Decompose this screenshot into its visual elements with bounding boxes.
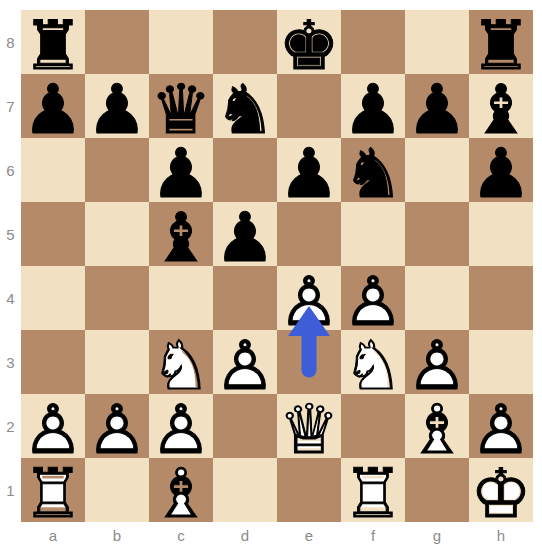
square-g4[interactable] xyxy=(405,266,469,330)
black-bishop[interactable]: ♝ xyxy=(149,202,213,266)
black-bishop[interactable]: ♝ xyxy=(469,74,533,138)
square-g5[interactable] xyxy=(405,202,469,266)
white-pawn-outline: ♙ xyxy=(277,270,341,334)
black-pawn-glyph: ♟ xyxy=(405,78,469,142)
square-b8[interactable] xyxy=(85,10,149,74)
square-h4[interactable] xyxy=(469,266,533,330)
black-bishop-glyph: ♝ xyxy=(469,78,533,142)
white-knight-outline: ♘ xyxy=(341,334,405,398)
black-pawn[interactable]: ♟ xyxy=(469,138,533,202)
square-e4[interactable]: ♟♙ xyxy=(277,266,341,330)
square-d4[interactable] xyxy=(213,266,277,330)
white-pawn[interactable]: ♟♙ xyxy=(149,394,213,458)
white-pawn[interactable]: ♟♙ xyxy=(21,394,85,458)
file-label-c: c xyxy=(149,522,213,548)
black-rook-glyph: ♜ xyxy=(21,14,85,78)
square-d3[interactable]: ♟♙ xyxy=(213,330,277,394)
square-f4[interactable]: ♟♙ xyxy=(341,266,405,330)
white-pawn[interactable]: ♟♙ xyxy=(341,266,405,330)
white-pawn[interactable]: ♟♙ xyxy=(213,330,277,394)
square-g8[interactable] xyxy=(405,10,469,74)
white-rook-outline: ♖ xyxy=(21,462,85,526)
file-label-b: b xyxy=(85,522,149,548)
board: ♜♚♜♟♟♛♞♟♟♝♟♟♞♟♝♟♟♙♟♙♞♘♟♙♞♘♟♙♟♙♟♙♟♙♛♕♝♗♟♙… xyxy=(21,10,533,522)
black-pawn-glyph: ♟ xyxy=(149,142,213,206)
square-a5[interactable] xyxy=(21,202,85,266)
square-a8[interactable]: ♜ xyxy=(21,10,85,74)
black-queen[interactable]: ♛ xyxy=(149,74,213,138)
black-pawn-glyph: ♟ xyxy=(213,206,277,270)
square-c6[interactable]: ♟ xyxy=(149,138,213,202)
white-pawn-outline: ♙ xyxy=(85,398,149,462)
square-e2[interactable]: ♛♕ xyxy=(277,394,341,458)
square-b5[interactable] xyxy=(85,202,149,266)
square-f6[interactable]: ♞ xyxy=(341,138,405,202)
white-pawn-outline: ♙ xyxy=(21,398,85,462)
rank-label-4: 4 xyxy=(0,266,21,330)
white-bishop-outline: ♗ xyxy=(149,462,213,526)
white-queen-outline: ♕ xyxy=(277,398,341,462)
file-label-f: f xyxy=(341,522,405,548)
black-rook[interactable]: ♜ xyxy=(21,10,85,74)
black-pawn-glyph: ♟ xyxy=(277,142,341,206)
rank-label-8: 8 xyxy=(0,10,21,74)
square-b6[interactable] xyxy=(85,138,149,202)
black-pawn-glyph: ♟ xyxy=(469,142,533,206)
square-c1[interactable]: ♝♗ xyxy=(149,458,213,522)
square-c3[interactable]: ♞♘ xyxy=(149,330,213,394)
file-label-h: h xyxy=(469,522,533,548)
white-knight[interactable]: ♞♘ xyxy=(341,330,405,394)
square-d1[interactable] xyxy=(213,458,277,522)
square-b7[interactable]: ♟ xyxy=(85,74,149,138)
white-pawn[interactable]: ♟♙ xyxy=(85,394,149,458)
square-e1[interactable] xyxy=(277,458,341,522)
square-g7[interactable]: ♟ xyxy=(405,74,469,138)
white-knight-outline: ♘ xyxy=(149,334,213,398)
square-f2[interactable] xyxy=(341,394,405,458)
square-a7[interactable]: ♟ xyxy=(21,74,85,138)
square-h1[interactable]: ♚♔ xyxy=(469,458,533,522)
white-pawn-outline: ♙ xyxy=(341,270,405,334)
rank-label-3: 3 xyxy=(0,330,21,394)
square-b3[interactable] xyxy=(85,330,149,394)
square-h3[interactable] xyxy=(469,330,533,394)
square-g6[interactable] xyxy=(405,138,469,202)
square-h6[interactable]: ♟ xyxy=(469,138,533,202)
black-pawn[interactable]: ♟ xyxy=(213,202,277,266)
square-a4[interactable] xyxy=(21,266,85,330)
square-e8[interactable]: ♚ xyxy=(277,10,341,74)
square-e5[interactable] xyxy=(277,202,341,266)
square-f8[interactable] xyxy=(341,10,405,74)
square-f1[interactable]: ♜♖ xyxy=(341,458,405,522)
white-bishop[interactable]: ♝♗ xyxy=(149,458,213,522)
square-d6[interactable] xyxy=(213,138,277,202)
square-c5[interactable]: ♝ xyxy=(149,202,213,266)
white-rook-outline: ♖ xyxy=(341,462,405,526)
rank-label-5: 5 xyxy=(0,202,21,266)
white-king-outline: ♔ xyxy=(469,462,533,526)
white-pawn[interactable]: ♟♙ xyxy=(405,330,469,394)
black-knight[interactable]: ♞ xyxy=(213,74,277,138)
black-rook[interactable]: ♜ xyxy=(469,10,533,74)
square-h7[interactable]: ♝ xyxy=(469,74,533,138)
black-pawn[interactable]: ♟ xyxy=(405,74,469,138)
white-pawn-outline: ♙ xyxy=(469,398,533,462)
white-rook[interactable]: ♜♖ xyxy=(21,458,85,522)
black-pawn-glyph: ♟ xyxy=(341,78,405,142)
rank-label-6: 6 xyxy=(0,138,21,202)
square-h8[interactable]: ♜ xyxy=(469,10,533,74)
white-pawn-outline: ♙ xyxy=(149,398,213,462)
square-f5[interactable] xyxy=(341,202,405,266)
black-pawn[interactable]: ♟ xyxy=(341,74,405,138)
file-label-a: a xyxy=(21,522,85,548)
white-rook[interactable]: ♜♖ xyxy=(341,458,405,522)
square-b2[interactable]: ♟♙ xyxy=(85,394,149,458)
square-c4[interactable] xyxy=(149,266,213,330)
square-e3[interactable] xyxy=(277,330,341,394)
rank-label-1: 1 xyxy=(0,458,21,522)
square-d8[interactable] xyxy=(213,10,277,74)
file-label-e: e xyxy=(277,522,341,548)
white-pawn-outline: ♙ xyxy=(213,334,277,398)
black-knight[interactable]: ♞ xyxy=(341,138,405,202)
square-f3[interactable]: ♞♘ xyxy=(341,330,405,394)
square-d7[interactable]: ♞ xyxy=(213,74,277,138)
black-bishop-glyph: ♝ xyxy=(149,206,213,270)
square-a6[interactable] xyxy=(21,138,85,202)
black-pawn[interactable]: ♟ xyxy=(149,138,213,202)
square-c7[interactable]: ♛ xyxy=(149,74,213,138)
square-g1[interactable] xyxy=(405,458,469,522)
white-pawn[interactable]: ♟♙ xyxy=(469,394,533,458)
white-pawn-outline: ♙ xyxy=(405,334,469,398)
black-pawn[interactable]: ♟ xyxy=(277,138,341,202)
black-pawn[interactable]: ♟ xyxy=(21,74,85,138)
square-g3[interactable]: ♟♙ xyxy=(405,330,469,394)
square-b1[interactable] xyxy=(85,458,149,522)
file-label-d: d xyxy=(213,522,277,548)
black-pawn-glyph: ♟ xyxy=(21,78,85,142)
black-rook-glyph: ♜ xyxy=(469,14,533,78)
black-king-glyph: ♚ xyxy=(277,14,341,78)
square-c8[interactable] xyxy=(149,10,213,74)
white-pawn[interactable]: ♟♙ xyxy=(277,266,341,330)
black-knight-glyph: ♞ xyxy=(341,142,405,206)
square-h5[interactable] xyxy=(469,202,533,266)
white-bishop[interactable]: ♝♗ xyxy=(405,394,469,458)
black-pawn-glyph: ♟ xyxy=(85,78,149,142)
square-a3[interactable] xyxy=(21,330,85,394)
black-king[interactable]: ♚ xyxy=(277,10,341,74)
black-knight-glyph: ♞ xyxy=(213,78,277,142)
square-a2[interactable]: ♟♙ xyxy=(21,394,85,458)
square-a1[interactable]: ♜♖ xyxy=(21,458,85,522)
square-d5[interactable]: ♟ xyxy=(213,202,277,266)
white-knight[interactable]: ♞♘ xyxy=(149,330,213,394)
square-f7[interactable]: ♟ xyxy=(341,74,405,138)
square-b4[interactable] xyxy=(85,266,149,330)
white-king[interactable]: ♚♔ xyxy=(469,458,533,522)
square-c2[interactable]: ♟♙ xyxy=(149,394,213,458)
square-e7[interactable] xyxy=(277,74,341,138)
chess-app: ♜♚♜♟♟♛♞♟♟♝♟♟♞♟♝♟♟♙♟♙♞♘♟♙♞♘♟♙♟♙♟♙♟♙♛♕♝♗♟♙… xyxy=(0,0,542,548)
white-bishop-outline: ♗ xyxy=(405,398,469,462)
rank-label-7: 7 xyxy=(0,74,21,138)
black-pawn[interactable]: ♟ xyxy=(85,74,149,138)
square-e6[interactable]: ♟ xyxy=(277,138,341,202)
square-h2[interactable]: ♟♙ xyxy=(469,394,533,458)
white-queen[interactable]: ♛♕ xyxy=(277,394,341,458)
square-d2[interactable] xyxy=(213,394,277,458)
rank-label-2: 2 xyxy=(0,394,21,458)
black-queen-glyph: ♛ xyxy=(149,78,213,142)
square-g2[interactable]: ♝♗ xyxy=(405,394,469,458)
file-label-g: g xyxy=(405,522,469,548)
